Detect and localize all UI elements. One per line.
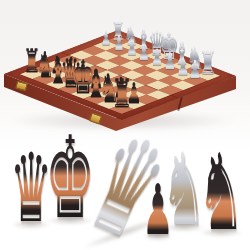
silver-mini-piece-p: ♟	[189, 59, 202, 84]
silver-mini-piece-p: ♟	[164, 50, 177, 73]
silver-mini-piece-p: ♟	[151, 46, 163, 69]
silver-mini-piece-p: ♟	[101, 28, 112, 48]
silver-mini-piece-p: ♟	[138, 41, 150, 63]
dark-knight: ♞	[197, 140, 245, 246]
silver-mini-piece-p: ♟	[176, 54, 189, 78]
silver-mini-piece-p: ♟	[126, 37, 137, 58]
pieces-layer: ♜♞♝♛♚♝♞♜♟♟♟♟♟♟♟♟♟♟♟♟♟♟♟♟♜♞♝♛♚♝♞♜♛♚♛♟♞♞	[0, 0, 250, 250]
chess-set-product-photo: ♜♞♝♛♚♝♞♜♟♟♟♟♟♟♟♟♟♟♟♟♟♟♟♟♜♞♝♛♚♝♞♜♛♚♛♟♞♞	[0, 0, 250, 250]
dark-mini-piece-r: ♜	[111, 74, 132, 114]
silver-mini-piece-p: ♟	[113, 33, 124, 53]
